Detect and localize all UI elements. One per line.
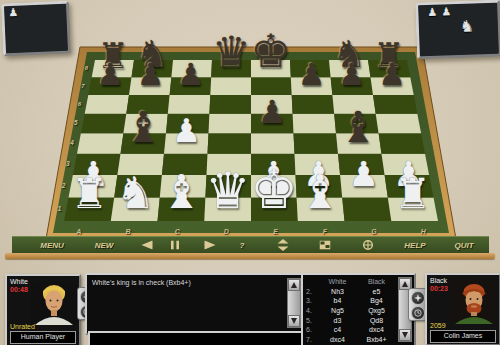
message-box: White's king is in check (Bxb4+)	[85, 273, 306, 335]
black-label: Black	[430, 277, 447, 284]
piece-black-pawn-e5[interactable]: ♟	[258, 96, 287, 128]
square-c6[interactable]	[168, 95, 211, 114]
white-label: White	[10, 278, 28, 285]
captured-pawn-icon: ♟	[427, 7, 437, 18]
message-scroll-up-button[interactable]	[288, 279, 300, 291]
square-h4[interactable]	[379, 133, 425, 154]
message-scroll-down-button[interactable]	[288, 315, 300, 327]
captured-tray-black-side: ♟♟♞	[415, 0, 500, 59]
square-h5[interactable]	[376, 114, 421, 134]
square-a6[interactable]	[85, 95, 129, 114]
piece-black-pawn-b7[interactable]: ♟	[137, 60, 164, 91]
header-black: Black	[357, 278, 396, 285]
piece-black-pawn-g7[interactable]: ♟	[338, 60, 365, 91]
square-d4[interactable]	[208, 133, 252, 154]
menu-item-hint[interactable]: ?	[240, 242, 245, 250]
piece-black-pawn-a7[interactable]: ♟	[96, 60, 123, 91]
captured-tray-white-side: ♟	[1, 1, 71, 57]
move-white[interactable]: c4	[318, 326, 357, 333]
move-number: 6.	[305, 326, 318, 333]
menu-item-new[interactable]: NEW	[95, 242, 114, 250]
move-number: 5.	[305, 317, 318, 324]
piece-white-knight-b1[interactable]: ♞	[116, 172, 155, 216]
square-h6[interactable]	[373, 95, 417, 114]
piece-black-pawn-f7[interactable]: ♟	[298, 60, 325, 91]
camera-button-black[interactable]	[411, 291, 425, 305]
piece-white-rook-h1[interactable]: ♜	[394, 174, 431, 216]
captured-pawn-icon: ♟	[441, 6, 451, 17]
move-row: 7.dxc4Bxb4+	[305, 335, 396, 345]
captured-pawn-icon: ♟	[8, 7, 18, 18]
piece-white-bishop-f1[interactable]: ♝	[300, 170, 341, 216]
move-black[interactable]: e5	[357, 288, 396, 295]
menu-item-quit[interactable]: QUIT	[454, 242, 473, 250]
white-player-panel: White 00:48 Unrated Human Player	[5, 274, 81, 345]
move-number: 4.	[305, 307, 318, 314]
square-f4[interactable]	[294, 133, 339, 154]
clock-button-black[interactable]	[411, 306, 425, 320]
move-black[interactable]: Qd8	[357, 317, 396, 324]
move-row: 5.d3Qd8	[305, 315, 396, 325]
square-f6[interactable]	[292, 95, 335, 114]
back-arrow-icon[interactable]	[141, 240, 154, 251]
piece-white-rook-a1[interactable]: ♜	[71, 174, 108, 216]
up-down-icon[interactable]	[278, 239, 289, 253]
wheel-icon[interactable]	[363, 239, 374, 252]
move-black[interactable]: Qxg5	[357, 307, 396, 314]
status-message: White's king is in check (Bxb4+)	[92, 279, 286, 287]
square-a4[interactable]	[77, 133, 123, 154]
move-number: 3.	[305, 297, 318, 304]
white-clock: 00:48	[10, 286, 28, 293]
move-row: 4.Ng5Qxg5	[305, 306, 396, 316]
piece-black-bishop-b4[interactable]: ♝	[124, 107, 162, 150]
black-player-panel: Black 00:23 2059 Colin James	[425, 273, 500, 345]
piece-white-bishop-c1[interactable]: ♝	[161, 170, 202, 216]
black-player-portrait	[451, 280, 497, 324]
menu-item-help[interactable]: HELP	[404, 242, 425, 250]
move-row: 3.b4Bg4	[305, 296, 396, 306]
move-row: 6.c4dxc4	[305, 325, 396, 335]
piece-black-pawn-c7[interactable]: ♟	[177, 60, 204, 91]
square-f5[interactable]	[293, 114, 336, 134]
forward-arrow-icon[interactable]	[204, 240, 217, 251]
black-clock: 00:23	[430, 285, 448, 292]
move-number: 7.	[305, 336, 318, 343]
piece-white-pawn-g2[interactable]: ♟	[348, 157, 379, 191]
piece-tray-icon[interactable]	[320, 240, 331, 251]
menu-item-menu[interactable]: MENU	[40, 242, 64, 250]
square-d6[interactable]	[209, 95, 251, 114]
move-number: 2.	[305, 288, 318, 295]
piece-black-pawn-h7[interactable]: ♟	[378, 60, 405, 91]
square-d5[interactable]	[209, 114, 252, 134]
move-black[interactable]: Bg4	[357, 297, 396, 304]
piece-white-queen-d1[interactable]: ♛	[205, 166, 250, 216]
white-rating: Unrated	[10, 323, 35, 330]
piece-white-king-e1[interactable]: ♚	[250, 163, 298, 217]
black-player-name: Colin James	[430, 330, 496, 343]
move-white[interactable]: b4	[318, 297, 357, 304]
move-scroll-down-button[interactable]	[399, 329, 411, 341]
white-player-name: Human Player	[10, 331, 76, 344]
white-player-portrait	[31, 281, 77, 325]
move-list-header: WhiteBlack	[305, 277, 396, 287]
square-e4[interactable]	[251, 133, 295, 154]
chess-app-window: 12345678ABCDEFGH♜♞♛♚♞♜♟♟♟♟♟♟♟♝♟♝♟♟♟♟♟♜♞♝…	[0, 0, 500, 345]
square-d7[interactable]	[210, 77, 251, 95]
move-black[interactable]: dxc4	[357, 326, 396, 333]
captured-knight-icon: ♞	[460, 18, 475, 34]
move-row: 2.Nh3e5	[305, 287, 396, 297]
move-list-table: WhiteBlack2.Nh3e53.b4Bg44.Ng5Qxg55.d3Qd8…	[305, 277, 396, 344]
message-scrollbar[interactable]	[287, 278, 301, 328]
pause-icon[interactable]	[171, 240, 179, 251]
piece-white-pawn-c4[interactable]: ♟	[172, 116, 201, 149]
move-white[interactable]: Ng5	[318, 307, 357, 314]
piece-black-bishop-g4[interactable]: ♝	[339, 107, 377, 150]
move-black[interactable]: Bxb4+	[357, 336, 396, 343]
move-white[interactable]: d3	[318, 317, 357, 324]
piece-black-king-e8[interactable]: ♚	[250, 29, 291, 75]
piece-black-queen-d8[interactable]: ♛	[212, 32, 251, 75]
move-list-panel: WhiteBlack2.Nh3e53.b4Bg44.Ng5Qxg55.d3Qd8…	[301, 273, 416, 345]
square-g1[interactable]	[342, 198, 391, 222]
command-input-line[interactable]	[88, 331, 303, 345]
header-white: White	[318, 278, 357, 285]
black-rating: 2059	[430, 322, 446, 329]
square-a5[interactable]	[81, 114, 126, 134]
move-white[interactable]: Nh3	[318, 288, 357, 295]
board-front-edge	[5, 253, 495, 259]
move-white[interactable]: dxc4	[318, 336, 357, 343]
